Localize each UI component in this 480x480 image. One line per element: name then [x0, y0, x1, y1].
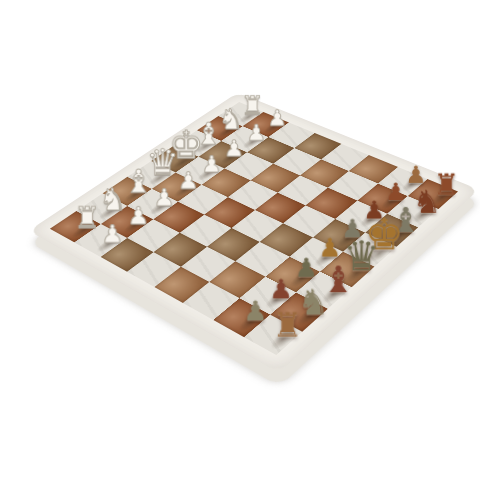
photo-scene: ♜♞♝♛♚♝♞♜♟♟♟♟♟♟♟♟♟♟♟♟♟♟♟♟♜♞♝♛♚♝♞♜: [0, 0, 480, 480]
product-photo: ♜♞♝♛♚♝♞♜♟♟♟♟♟♟♟♟♟♟♟♟♟♟♟♟♜♞♝♛♚♝♞♜: [0, 0, 480, 480]
square-a1: ♜: [50, 211, 101, 243]
piece-shadow: [408, 206, 434, 224]
piece-shadow: [318, 284, 347, 306]
piece-onyx-rook-h8: ♜: [428, 172, 464, 200]
piece-shadow: [342, 263, 370, 284]
piece-shadow: [146, 199, 174, 217]
square-g6: [328, 171, 378, 200]
piece-shadow: [365, 244, 393, 264]
piece-shadow: [429, 189, 455, 207]
piece-shadow: [267, 328, 298, 352]
piece-shadow: [293, 305, 323, 328]
board-squares: ♜♞♝♛♚♝♞♜♟♟♟♟♟♟♟♟♟♟♟♟♟♟♟♟♜♞♝♛♚♝♞♜: [50, 102, 458, 355]
chess-board: ♜♞♝♛♚♝♞♜♟♟♟♟♟♟♟♟♟♟♟♟♟♟♟♟♜♞♝♛♚♝♞♜: [29, 92, 479, 373]
piece-shadow: [387, 225, 414, 244]
piece-shadow: [398, 176, 423, 193]
